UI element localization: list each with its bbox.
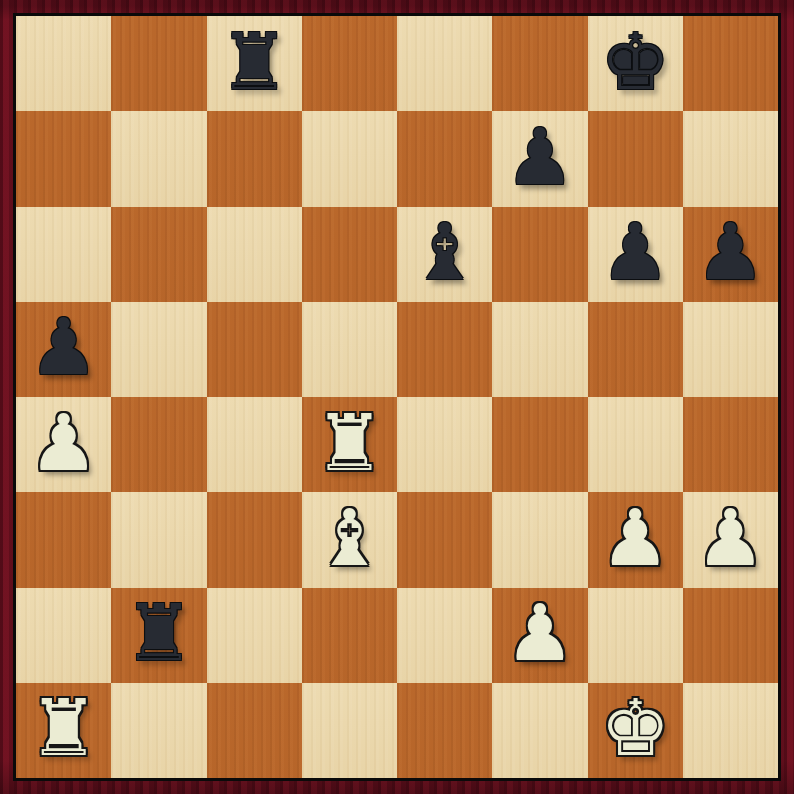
square-a1[interactable]: ♜: [16, 683, 111, 778]
square-f8[interactable]: [492, 16, 587, 111]
square-a2[interactable]: [16, 588, 111, 683]
white-bishop: ♝: [314, 499, 384, 577]
square-g3[interactable]: ♟: [588, 492, 683, 587]
square-h8[interactable]: [683, 16, 778, 111]
square-b4[interactable]: [111, 397, 206, 492]
square-f1[interactable]: [492, 683, 587, 778]
white-king: ♚: [600, 689, 670, 767]
square-d3[interactable]: ♝: [302, 492, 397, 587]
square-c8[interactable]: ♜: [207, 16, 302, 111]
square-h1[interactable]: [683, 683, 778, 778]
square-d8[interactable]: [302, 16, 397, 111]
black-king: ♚: [600, 23, 670, 101]
square-d4[interactable]: ♜: [302, 397, 397, 492]
square-g2[interactable]: [588, 588, 683, 683]
square-d7[interactable]: [302, 111, 397, 206]
square-h7[interactable]: [683, 111, 778, 206]
white-rook: ♜: [29, 689, 99, 767]
square-d6[interactable]: [302, 207, 397, 302]
black-pawn: ♟: [505, 118, 575, 196]
square-a8[interactable]: [16, 16, 111, 111]
square-e6[interactable]: ♝: [397, 207, 492, 302]
square-c1[interactable]: [207, 683, 302, 778]
black-rook: ♜: [124, 594, 194, 672]
square-a7[interactable]: [16, 111, 111, 206]
square-b6[interactable]: [111, 207, 206, 302]
square-f5[interactable]: [492, 302, 587, 397]
square-g1[interactable]: ♚: [588, 683, 683, 778]
square-e5[interactable]: [397, 302, 492, 397]
square-h5[interactable]: [683, 302, 778, 397]
black-pawn: ♟: [695, 213, 765, 291]
square-e2[interactable]: [397, 588, 492, 683]
square-e3[interactable]: [397, 492, 492, 587]
square-e7[interactable]: [397, 111, 492, 206]
black-pawn: ♟: [29, 308, 99, 386]
black-rook: ♜: [219, 23, 289, 101]
board-frame: ♜♚♟♝♟♟♟♟♜♝♟♟♜♟♜♚: [0, 0, 794, 794]
square-e1[interactable]: [397, 683, 492, 778]
square-d5[interactable]: [302, 302, 397, 397]
square-g6[interactable]: ♟: [588, 207, 683, 302]
square-c2[interactable]: [207, 588, 302, 683]
square-f3[interactable]: [492, 492, 587, 587]
square-f2[interactable]: ♟: [492, 588, 587, 683]
square-b2[interactable]: ♜: [111, 588, 206, 683]
square-g4[interactable]: [588, 397, 683, 492]
square-b8[interactable]: [111, 16, 206, 111]
white-pawn: ♟: [505, 594, 575, 672]
square-a3[interactable]: [16, 492, 111, 587]
square-g8[interactable]: ♚: [588, 16, 683, 111]
square-b3[interactable]: [111, 492, 206, 587]
white-pawn: ♟: [695, 499, 765, 577]
square-c5[interactable]: [207, 302, 302, 397]
square-h3[interactable]: ♟: [683, 492, 778, 587]
square-b5[interactable]: [111, 302, 206, 397]
square-c6[interactable]: [207, 207, 302, 302]
black-bishop: ♝: [410, 213, 480, 291]
square-f4[interactable]: [492, 397, 587, 492]
black-pawn: ♟: [600, 213, 670, 291]
square-e4[interactable]: [397, 397, 492, 492]
square-h6[interactable]: ♟: [683, 207, 778, 302]
square-d2[interactable]: [302, 588, 397, 683]
chess-board: ♜♚♟♝♟♟♟♟♜♝♟♟♜♟♜♚: [13, 13, 781, 781]
white-rook: ♜: [314, 404, 384, 482]
square-e8[interactable]: [397, 16, 492, 111]
square-h2[interactable]: [683, 588, 778, 683]
square-b7[interactable]: [111, 111, 206, 206]
square-f6[interactable]: [492, 207, 587, 302]
square-c7[interactable]: [207, 111, 302, 206]
square-d1[interactable]: [302, 683, 397, 778]
square-a5[interactable]: ♟: [16, 302, 111, 397]
square-c4[interactable]: [207, 397, 302, 492]
square-h4[interactable]: [683, 397, 778, 492]
square-a4[interactable]: ♟: [16, 397, 111, 492]
square-c3[interactable]: [207, 492, 302, 587]
square-f7[interactable]: ♟: [492, 111, 587, 206]
square-b1[interactable]: [111, 683, 206, 778]
square-g5[interactable]: [588, 302, 683, 397]
white-pawn: ♟: [600, 499, 670, 577]
square-a6[interactable]: [16, 207, 111, 302]
white-pawn: ♟: [29, 404, 99, 482]
square-g7[interactable]: [588, 111, 683, 206]
